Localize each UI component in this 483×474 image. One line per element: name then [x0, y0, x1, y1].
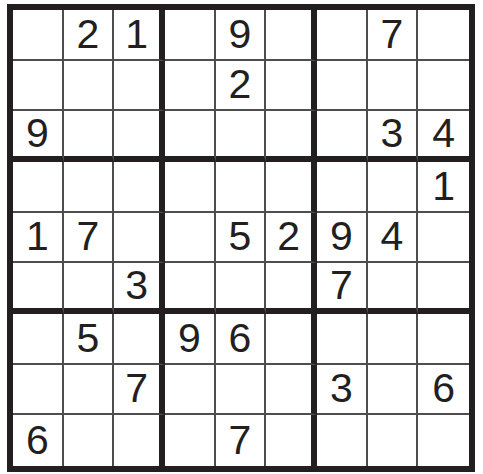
sudoku-cell-r2c1[interactable] — [13, 61, 64, 112]
sudoku-cell-r3c8[interactable]: 3 — [368, 111, 419, 162]
sudoku-cell-r6c8[interactable] — [368, 263, 419, 314]
sudoku-cell-r7c5[interactable]: 6 — [216, 314, 267, 365]
sudoku-cell-r8c1[interactable] — [13, 365, 64, 416]
sudoku-cell-r7c2[interactable]: 5 — [64, 314, 115, 365]
sudoku-cell-r2c7[interactable] — [317, 61, 368, 112]
sudoku-cell-r6c9[interactable] — [418, 263, 469, 314]
sudoku-cell-r8c2[interactable] — [64, 365, 115, 416]
sudoku-cell-r4c1[interactable] — [13, 162, 64, 213]
page: 2197293411752943759673667 — [0, 0, 483, 474]
sudoku-cell-r5c7[interactable]: 9 — [317, 213, 368, 264]
sudoku-cell-r1c3[interactable]: 1 — [114, 10, 165, 61]
sudoku-board: 2197293411752943759673667 — [7, 4, 475, 472]
sudoku-cell-r5c8[interactable]: 4 — [368, 213, 419, 264]
sudoku-cell-r1c2[interactable]: 2 — [64, 10, 115, 61]
sudoku-cell-r3c9[interactable]: 4 — [418, 111, 469, 162]
sudoku-cell-r7c1[interactable] — [13, 314, 64, 365]
sudoku-cell-r4c6[interactable] — [266, 162, 317, 213]
sudoku-cell-r3c2[interactable] — [64, 111, 115, 162]
sudoku-cell-r6c4[interactable] — [165, 263, 216, 314]
sudoku-cell-r4c3[interactable] — [114, 162, 165, 213]
sudoku-cell-r5c4[interactable] — [165, 213, 216, 264]
sudoku-cell-r3c3[interactable] — [114, 111, 165, 162]
sudoku-cell-r5c1[interactable]: 1 — [13, 213, 64, 264]
sudoku-cell-r2c2[interactable] — [64, 61, 115, 112]
sudoku-cell-r6c3[interactable]: 3 — [114, 263, 165, 314]
sudoku-cell-r3c5[interactable] — [216, 111, 267, 162]
sudoku-cell-r5c5[interactable]: 5 — [216, 213, 267, 264]
sudoku-cell-r4c8[interactable] — [368, 162, 419, 213]
sudoku-cell-r3c1[interactable]: 9 — [13, 111, 64, 162]
sudoku-cell-r7c9[interactable] — [418, 314, 469, 365]
sudoku-cell-r6c6[interactable] — [266, 263, 317, 314]
sudoku-cell-r1c8[interactable]: 7 — [368, 10, 419, 61]
sudoku-cell-r4c2[interactable] — [64, 162, 115, 213]
sudoku-cell-r7c3[interactable] — [114, 314, 165, 365]
sudoku-cell-r4c4[interactable] — [165, 162, 216, 213]
sudoku-cell-r8c3[interactable]: 7 — [114, 365, 165, 416]
sudoku-cell-r6c1[interactable] — [13, 263, 64, 314]
sudoku-cell-r7c4[interactable]: 9 — [165, 314, 216, 365]
sudoku-cell-r5c9[interactable] — [418, 213, 469, 264]
sudoku-cell-r2c6[interactable] — [266, 61, 317, 112]
sudoku-cell-r2c3[interactable] — [114, 61, 165, 112]
sudoku-cell-r1c7[interactable] — [317, 10, 368, 61]
sudoku-cell-r2c4[interactable] — [165, 61, 216, 112]
sudoku-cell-r9c7[interactable] — [317, 415, 368, 466]
sudoku-cell-r8c9[interactable]: 6 — [418, 365, 469, 416]
sudoku-cell-r9c9[interactable] — [418, 415, 469, 466]
sudoku-cell-r1c5[interactable]: 9 — [216, 10, 267, 61]
sudoku-cell-r8c6[interactable] — [266, 365, 317, 416]
sudoku-cell-r8c7[interactable]: 3 — [317, 365, 368, 416]
sudoku-cell-r9c6[interactable] — [266, 415, 317, 466]
sudoku-cell-r3c7[interactable] — [317, 111, 368, 162]
sudoku-cell-r4c9[interactable]: 1 — [418, 162, 469, 213]
sudoku-cell-r8c5[interactable] — [216, 365, 267, 416]
sudoku-cell-r7c6[interactable] — [266, 314, 317, 365]
sudoku-cell-r6c7[interactable]: 7 — [317, 263, 368, 314]
sudoku-cell-r2c8[interactable] — [368, 61, 419, 112]
sudoku-cell-r2c5[interactable]: 2 — [216, 61, 267, 112]
sudoku-cell-r1c6[interactable] — [266, 10, 317, 61]
sudoku-cell-r1c9[interactable] — [418, 10, 469, 61]
sudoku-cell-r8c8[interactable] — [368, 365, 419, 416]
sudoku-cell-r9c2[interactable] — [64, 415, 115, 466]
sudoku-cell-r6c2[interactable] — [64, 263, 115, 314]
sudoku-cell-r5c3[interactable] — [114, 213, 165, 264]
sudoku-cell-r5c6[interactable]: 2 — [266, 213, 317, 264]
sudoku-cell-r4c5[interactable] — [216, 162, 267, 213]
sudoku-cell-r4c7[interactable] — [317, 162, 368, 213]
sudoku-cell-r5c2[interactable]: 7 — [64, 213, 115, 264]
sudoku-cell-r7c8[interactable] — [368, 314, 419, 365]
sudoku-cell-r9c3[interactable] — [114, 415, 165, 466]
sudoku-cell-r8c4[interactable] — [165, 365, 216, 416]
sudoku-cell-r7c7[interactable] — [317, 314, 368, 365]
sudoku-cell-r9c8[interactable] — [368, 415, 419, 466]
sudoku-cell-r3c6[interactable] — [266, 111, 317, 162]
sudoku-cell-r9c5[interactable]: 7 — [216, 415, 267, 466]
sudoku-cell-r2c9[interactable] — [418, 61, 469, 112]
sudoku-cell-r3c4[interactable] — [165, 111, 216, 162]
sudoku-cell-r1c4[interactable] — [165, 10, 216, 61]
sudoku-cell-r1c1[interactable] — [13, 10, 64, 61]
sudoku-cell-r9c4[interactable] — [165, 415, 216, 466]
sudoku-cell-r9c1[interactable]: 6 — [13, 415, 64, 466]
sudoku-cell-r6c5[interactable] — [216, 263, 267, 314]
